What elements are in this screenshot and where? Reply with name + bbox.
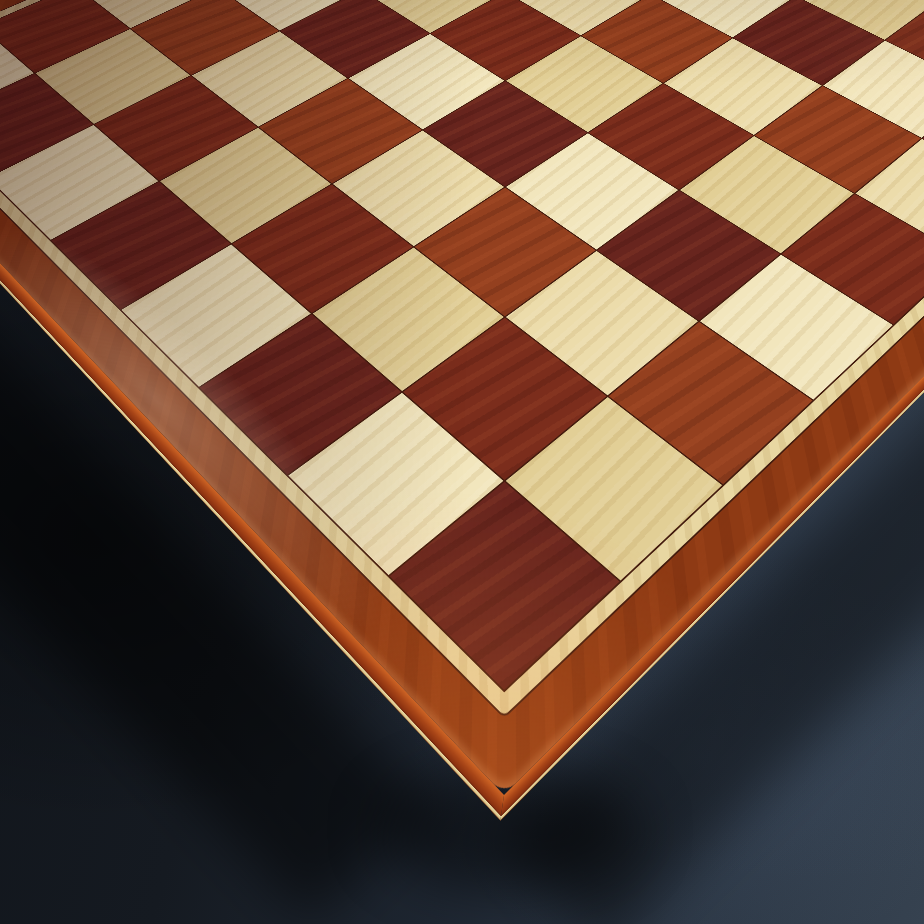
chessboard <box>0 0 924 795</box>
board-top-face <box>0 0 924 795</box>
photo-background <box>0 0 924 924</box>
